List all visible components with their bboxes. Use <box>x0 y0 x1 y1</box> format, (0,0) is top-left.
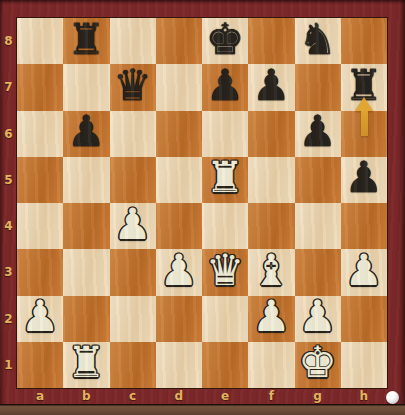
piece-white-rook-e5[interactable]: ♜ <box>206 156 245 199</box>
square-f7[interactable]: ♟ <box>248 64 294 110</box>
rank-label-6: 6 <box>0 111 17 157</box>
square-h4[interactable] <box>341 203 387 249</box>
square-g5[interactable] <box>295 157 341 203</box>
square-h5[interactable]: ♟ <box>341 157 387 203</box>
square-h1[interactable] <box>341 342 387 388</box>
square-b4[interactable] <box>63 203 109 249</box>
square-e1[interactable] <box>202 342 248 388</box>
square-h2[interactable] <box>341 296 387 342</box>
square-a6[interactable] <box>17 111 63 157</box>
square-c6[interactable] <box>110 111 156 157</box>
square-f8[interactable] <box>248 18 294 64</box>
square-c8[interactable] <box>110 18 156 64</box>
square-b3[interactable] <box>63 249 109 295</box>
rank-label-1: 1 <box>0 342 17 388</box>
square-f3[interactable]: ♝ <box>248 249 294 295</box>
last-move-arrow <box>355 97 373 137</box>
piece-black-rook-b8[interactable]: ♜ <box>67 18 106 61</box>
square-f1[interactable] <box>248 342 294 388</box>
rank-label-3: 3 <box>0 249 17 295</box>
square-b2[interactable] <box>63 296 109 342</box>
piece-black-pawn-f7[interactable]: ♟ <box>252 64 291 107</box>
square-b7[interactable] <box>63 64 109 110</box>
square-g3[interactable] <box>295 249 341 295</box>
file-label-f: f <box>248 388 294 404</box>
square-b6[interactable]: ♟ <box>63 111 109 157</box>
square-d2[interactable] <box>156 296 202 342</box>
square-g2[interactable]: ♟ <box>295 296 341 342</box>
square-h8[interactable] <box>341 18 387 64</box>
chess-app-window: 87654321 ♜♚♞♛♟♟♜♟♟♜♟♟♟♛♝♟♟♟♟♜♚ abcdefgh <box>0 0 405 415</box>
piece-black-queen-c7[interactable]: ♛ <box>113 64 152 107</box>
square-b5[interactable] <box>63 157 109 203</box>
square-a8[interactable] <box>17 18 63 64</box>
square-g1[interactable]: ♚ <box>295 342 341 388</box>
piece-white-pawn-d3[interactable]: ♟ <box>160 249 199 292</box>
square-d1[interactable] <box>156 342 202 388</box>
rank-label-4: 4 <box>0 203 17 249</box>
square-e8[interactable]: ♚ <box>202 18 248 64</box>
square-a4[interactable] <box>17 203 63 249</box>
square-a5[interactable] <box>17 157 63 203</box>
square-e2[interactable] <box>202 296 248 342</box>
square-d5[interactable] <box>156 157 202 203</box>
square-d8[interactable] <box>156 18 202 64</box>
square-d3[interactable]: ♟ <box>156 249 202 295</box>
square-c1[interactable] <box>110 342 156 388</box>
last-move-arrow-head <box>355 97 373 111</box>
piece-white-rook-b1[interactable]: ♜ <box>67 341 106 384</box>
square-a7[interactable] <box>17 64 63 110</box>
square-c5[interactable] <box>110 157 156 203</box>
square-a1[interactable] <box>17 342 63 388</box>
piece-white-pawn-f2[interactable]: ♟ <box>252 295 291 338</box>
piece-white-king-g1[interactable]: ♚ <box>298 341 337 384</box>
file-label-h: h <box>341 388 387 404</box>
piece-white-bishop-f3[interactable]: ♝ <box>252 249 291 292</box>
square-g6[interactable]: ♟ <box>295 111 341 157</box>
piece-black-knight-g8[interactable]: ♞ <box>298 18 337 61</box>
square-d7[interactable] <box>156 64 202 110</box>
square-f6[interactable] <box>248 111 294 157</box>
piece-white-pawn-c4[interactable]: ♟ <box>113 203 152 246</box>
piece-black-pawn-e7[interactable]: ♟ <box>206 64 245 107</box>
square-c4[interactable]: ♟ <box>110 203 156 249</box>
table-edge <box>0 404 405 415</box>
piece-black-pawn-b6[interactable]: ♟ <box>67 110 106 153</box>
square-c7[interactable]: ♛ <box>110 64 156 110</box>
file-label-b: b <box>63 388 109 404</box>
square-f2[interactable]: ♟ <box>248 296 294 342</box>
square-c2[interactable] <box>110 296 156 342</box>
square-e4[interactable] <box>202 203 248 249</box>
rank-label-8: 8 <box>0 18 17 64</box>
rank-labels: 87654321 <box>0 18 17 388</box>
piece-black-pawn-g6[interactable]: ♟ <box>298 110 337 153</box>
piece-white-queen-e3[interactable]: ♛ <box>206 249 245 292</box>
square-f4[interactable] <box>248 203 294 249</box>
file-labels: abcdefgh <box>17 388 387 404</box>
file-label-e: e <box>202 388 248 404</box>
last-move-arrow-shaft <box>361 110 368 136</box>
square-g4[interactable] <box>295 203 341 249</box>
piece-white-pawn-a2[interactable]: ♟ <box>21 295 60 338</box>
rank-label-7: 7 <box>0 64 17 110</box>
file-label-g: g <box>295 388 341 404</box>
piece-black-king-e8[interactable]: ♚ <box>206 18 245 61</box>
rank-label-2: 2 <box>0 296 17 342</box>
square-b1[interactable]: ♜ <box>63 342 109 388</box>
square-e7[interactable]: ♟ <box>202 64 248 110</box>
square-e5[interactable]: ♜ <box>202 157 248 203</box>
square-a2[interactable]: ♟ <box>17 296 63 342</box>
rank-label-5: 5 <box>0 157 17 203</box>
piece-white-pawn-g2[interactable]: ♟ <box>298 295 337 338</box>
file-label-c: c <box>110 388 156 404</box>
square-a3[interactable] <box>17 249 63 295</box>
file-label-a: a <box>17 388 63 404</box>
square-g8[interactable]: ♞ <box>295 18 341 64</box>
square-h3[interactable]: ♟ <box>341 249 387 295</box>
square-c3[interactable] <box>110 249 156 295</box>
side-to-move-indicator <box>386 391 399 404</box>
square-d6[interactable] <box>156 111 202 157</box>
square-e3[interactable]: ♛ <box>202 249 248 295</box>
square-g7[interactable] <box>295 64 341 110</box>
piece-black-pawn-h5[interactable]: ♟ <box>345 156 384 199</box>
square-f5[interactable] <box>248 157 294 203</box>
square-b8[interactable]: ♜ <box>63 18 109 64</box>
chess-board: ♜♚♞♛♟♟♜♟♟♜♟♟♟♛♝♟♟♟♟♜♚ <box>17 18 387 388</box>
piece-white-pawn-h3[interactable]: ♟ <box>345 249 384 292</box>
square-e6[interactable] <box>202 111 248 157</box>
square-d4[interactable] <box>156 203 202 249</box>
file-label-d: d <box>156 388 202 404</box>
